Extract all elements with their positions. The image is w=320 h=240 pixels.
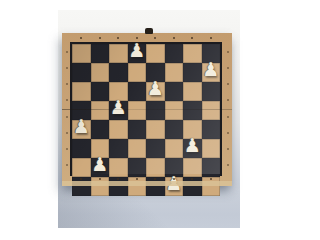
white-pawn-e6: ♟ [147, 79, 164, 98]
frame-dot [227, 132, 229, 134]
frame-dot [173, 178, 175, 180]
square-b1 [91, 177, 110, 196]
square-a3 [72, 139, 91, 158]
frame-dot [80, 37, 82, 39]
frame-dot [66, 164, 68, 166]
board-edge [62, 181, 232, 186]
frame-dot [66, 116, 68, 118]
square-f8 [165, 44, 184, 63]
frame-dot [191, 178, 193, 180]
square-b8 [91, 44, 110, 63]
square-d6 [128, 82, 147, 101]
frame-dot [136, 37, 138, 39]
frame-dot [191, 37, 193, 39]
white-pawn-d8: ♟ [128, 41, 145, 60]
square-d7 [128, 63, 147, 82]
square-a8 [72, 44, 91, 63]
square-f7 [165, 63, 184, 82]
square-e4 [146, 120, 165, 139]
square-b6 [91, 82, 110, 101]
square-h2 [202, 158, 221, 177]
frame-dot [227, 83, 229, 85]
square-f5 [165, 101, 184, 120]
square-c1 [109, 177, 128, 196]
square-c8 [109, 44, 128, 63]
frame-dot [227, 99, 229, 101]
square-h7: ♟ [202, 63, 221, 82]
square-d1 [128, 177, 147, 196]
square-a7 [72, 63, 91, 82]
wall-photo: ♟♟♟♟♟♟♟♟ [58, 10, 240, 228]
square-h4 [202, 120, 221, 139]
square-d2 [128, 158, 147, 177]
frame-dot [66, 83, 68, 85]
frame-dot [227, 67, 229, 69]
square-c3 [109, 139, 128, 158]
white-pawn-g3: ♟ [184, 136, 201, 155]
square-g1 [183, 177, 202, 196]
square-g8 [183, 44, 202, 63]
square-b2: ♟ [91, 158, 110, 177]
square-a1 [72, 177, 91, 196]
frame-dot [210, 37, 212, 39]
square-f4 [165, 120, 184, 139]
square-g5 [183, 101, 202, 120]
frame-dot [117, 178, 119, 180]
white-pawn-c5: ♟ [110, 98, 127, 117]
square-h6 [202, 82, 221, 101]
square-a4: ♟ [72, 120, 91, 139]
square-g6 [183, 82, 202, 101]
frame-dot [227, 51, 229, 53]
square-e5 [146, 101, 165, 120]
square-d8: ♟ [128, 44, 147, 63]
frame-dot [136, 178, 138, 180]
frame-dot [66, 148, 68, 150]
square-d3 [128, 139, 147, 158]
square-e1 [146, 177, 165, 196]
square-b4 [91, 120, 110, 139]
board-fold-seam [62, 109, 232, 110]
square-e2 [146, 158, 165, 177]
white-pawn-a4: ♟ [73, 117, 90, 136]
frame-dot [227, 116, 229, 118]
square-c4 [109, 120, 128, 139]
square-c5: ♟ [109, 101, 128, 120]
square-h5 [202, 101, 221, 120]
square-g7 [183, 63, 202, 82]
square-b7 [91, 63, 110, 82]
frame-dot [99, 178, 101, 180]
frame-dot [173, 37, 175, 39]
frame-dot [227, 164, 229, 166]
chessboard: ♟♟♟♟♟♟♟♟ [62, 33, 232, 186]
square-e3 [146, 139, 165, 158]
frame-dot [99, 37, 101, 39]
screenshot-canvas: ♟♟♟♟♟♟♟♟ [0, 0, 320, 240]
board-clasp [145, 28, 153, 34]
square-h1 [202, 177, 221, 196]
white-pawn-h7: ♟ [202, 60, 219, 79]
square-d4 [128, 120, 147, 139]
frame-dot [154, 37, 156, 39]
square-b5 [91, 101, 110, 120]
frame-dot [210, 178, 212, 180]
square-h3 [202, 139, 221, 158]
frame-dot [66, 51, 68, 53]
frame-dot [66, 99, 68, 101]
square-f3 [165, 139, 184, 158]
square-d5 [128, 101, 147, 120]
frame-dot [66, 132, 68, 134]
square-e8 [146, 44, 165, 63]
square-c2 [109, 158, 128, 177]
square-a6 [72, 82, 91, 101]
frame-dot [80, 178, 82, 180]
frame-dot [154, 178, 156, 180]
frame-dot [66, 67, 68, 69]
square-g3: ♟ [183, 139, 202, 158]
square-a2 [72, 158, 91, 177]
white-pawn-b2: ♟ [91, 155, 108, 174]
frame-dot [117, 37, 119, 39]
square-g2 [183, 158, 202, 177]
square-e6: ♟ [146, 82, 165, 101]
frame-dot [227, 148, 229, 150]
square-f6 [165, 82, 184, 101]
square-c7 [109, 63, 128, 82]
square-f1: ♟ [165, 177, 184, 196]
